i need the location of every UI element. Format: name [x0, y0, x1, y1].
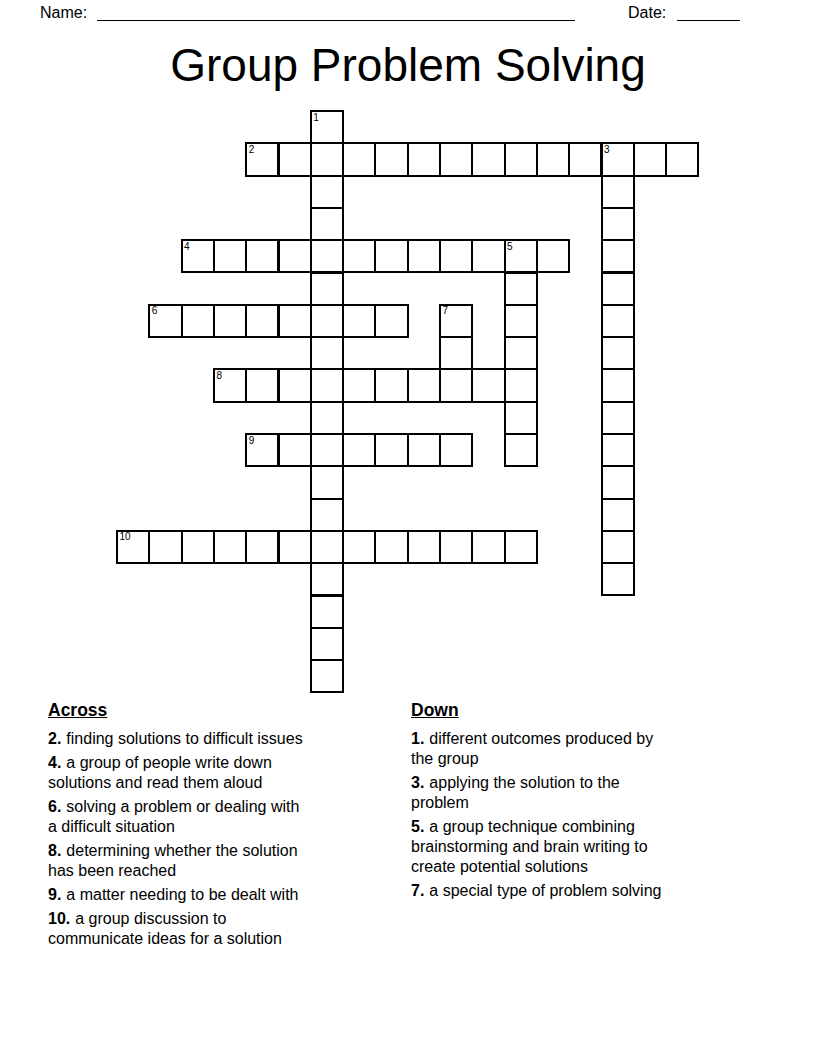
clue-number: 5.: [411, 818, 424, 835]
grid-cell[interactable]: [310, 142, 344, 176]
grid-cell[interactable]: [601, 562, 635, 596]
grid-cell[interactable]: [310, 207, 344, 241]
grid-cell[interactable]: [601, 498, 635, 532]
date-blank-line: [677, 20, 740, 21]
cell-number: 9: [249, 436, 255, 446]
grid-cell[interactable]: [245, 530, 279, 564]
cell-number: 5: [507, 242, 513, 252]
grid-cell[interactable]: [310, 627, 344, 661]
grid-cell[interactable]: [439, 433, 473, 467]
grid-cell[interactable]: [245, 239, 279, 273]
grid-cell[interactable]: [310, 659, 344, 693]
grid-cell[interactable]: [213, 304, 247, 338]
grid-cell[interactable]: [278, 142, 312, 176]
name-label: Name:: [40, 4, 87, 22]
grid-cell[interactable]: [342, 530, 376, 564]
grid-cell[interactable]: [601, 465, 635, 499]
grid-cell[interactable]: [245, 368, 279, 402]
clue-down-1: 1.different outcomes produced by the gro…: [411, 729, 763, 769]
grid-cell[interactable]: [342, 304, 376, 338]
grid-cell[interactable]: [213, 239, 247, 273]
grid-cell[interactable]: [471, 239, 505, 273]
clue-number: 6.: [48, 798, 61, 815]
cell-number: 8: [216, 371, 222, 381]
grid-cell[interactable]: [278, 304, 312, 338]
grid-cell[interactable]: [310, 562, 344, 596]
grid-cell[interactable]: [374, 239, 408, 273]
cell-number: 10: [120, 532, 131, 542]
grid-cell[interactable]: [601, 304, 635, 338]
grid-cell[interactable]: [601, 175, 635, 209]
grid-cell[interactable]: [601, 239, 635, 273]
grid-cell[interactable]: [601, 207, 635, 241]
grid-cell[interactable]: [342, 239, 376, 273]
grid-cell[interactable]: [504, 530, 538, 564]
crossword-grid: 12345678910: [116, 110, 700, 694]
grid-cell[interactable]: [374, 368, 408, 402]
clue-text: solving a problem or dealing with a diff…: [48, 798, 299, 835]
clue-number: 2.: [48, 730, 61, 747]
down-clues: Down 1.different outcomes produced by th…: [411, 700, 763, 905]
grid-cell[interactable]: [278, 433, 312, 467]
grid-cell[interactable]: [439, 239, 473, 273]
clue-across-2: 2.finding solutions to difficult issues: [48, 729, 382, 749]
clue-text: a group technique combining brainstormin…: [411, 818, 648, 875]
clue-number: 7.: [411, 882, 424, 899]
grid-cell[interactable]: [439, 142, 473, 176]
grid-cell[interactable]: [374, 433, 408, 467]
clue-across-9: 9.a matter needing to be dealt with: [48, 885, 382, 905]
grid-cell[interactable]: [342, 368, 376, 402]
grid-cell[interactable]: [278, 530, 312, 564]
clue-down-3: 3.applying the solution to the problem: [411, 773, 763, 813]
grid-cell[interactable]: [407, 433, 441, 467]
clue-number: 10.: [48, 910, 70, 927]
clue-across-4: 4.a group of people write down solutions…: [48, 753, 382, 793]
grid-cell[interactable]: [310, 595, 344, 629]
clue-number: 8.: [48, 842, 61, 859]
grid-cell[interactable]: [439, 368, 473, 402]
grid-cell[interactable]: [148, 530, 182, 564]
grid-cell[interactable]: [310, 401, 344, 435]
grid-cell[interactable]: [310, 304, 344, 338]
name-blank-line: [97, 20, 575, 21]
clue-text: different outcomes produced by the group: [411, 730, 653, 767]
grid-cell[interactable]: [407, 142, 441, 176]
clue-text: determining whether the solution has bee…: [48, 842, 298, 879]
clue-text: a group of people write down solutions a…: [48, 754, 272, 791]
grid-cell[interactable]: [504, 368, 538, 402]
across-heading: Across: [48, 700, 382, 721]
worksheet-page: Name: Date: Group Problem Solving 123456…: [0, 0, 816, 1056]
grid-cell[interactable]: [407, 239, 441, 273]
grid-cell[interactable]: [342, 142, 376, 176]
down-heading: Down: [411, 700, 763, 721]
grid-cell[interactable]: [504, 433, 538, 467]
grid-cell[interactable]: [633, 142, 667, 176]
grid-cell[interactable]: [439, 336, 473, 370]
clue-number: 1.: [411, 730, 424, 747]
grid-cell[interactable]: [504, 304, 538, 338]
cell-number: 1: [313, 113, 319, 123]
grid-cell[interactable]: [245, 304, 279, 338]
clue-number: 9.: [48, 886, 61, 903]
date-label: Date:: [628, 4, 666, 22]
grid-cell[interactable]: [310, 530, 344, 564]
grid-cell[interactable]: [568, 142, 602, 176]
grid-cell[interactable]: [374, 304, 408, 338]
cell-number: 2: [249, 145, 255, 155]
clue-text: finding solutions to difficult issues: [66, 730, 302, 747]
grid-cell[interactable]: [601, 401, 635, 435]
grid-cell[interactable]: [504, 401, 538, 435]
grid-cell[interactable]: [310, 433, 344, 467]
grid-cell[interactable]: [181, 530, 215, 564]
grid-cell[interactable]: [439, 530, 473, 564]
grid-cell[interactable]: [213, 530, 247, 564]
cell-number: 6: [152, 306, 158, 316]
grid-cell[interactable]: [471, 530, 505, 564]
clue-text: a special type of problem solving: [429, 882, 661, 899]
cell-number: 3: [604, 145, 610, 155]
clue-down-5: 5.a group technique combining brainstorm…: [411, 817, 763, 877]
grid-cell[interactable]: [310, 239, 344, 273]
grid-cell[interactable]: [342, 433, 376, 467]
grid-cell[interactable]: [471, 142, 505, 176]
grid-cell[interactable]: [665, 142, 699, 176]
clue-down-7: 7.a special type of problem solving: [411, 881, 763, 901]
grid-cell[interactable]: [504, 272, 538, 306]
grid-cell[interactable]: [504, 142, 538, 176]
grid-cell[interactable]: [310, 465, 344, 499]
cell-number: 7: [443, 306, 449, 316]
grid-cell[interactable]: [471, 368, 505, 402]
grid-cell[interactable]: [278, 239, 312, 273]
clue-across-10: 10.a group discussion to communicate ide…: [48, 909, 382, 949]
grid-cell[interactable]: [310, 336, 344, 370]
clue-text: applying the solution to the problem: [411, 774, 620, 811]
grid-cell[interactable]: [601, 336, 635, 370]
grid-cell[interactable]: [407, 530, 441, 564]
cell-number: 4: [184, 242, 190, 252]
grid-cell[interactable]: [181, 304, 215, 338]
grid-cell[interactable]: [504, 336, 538, 370]
clue-across-6: 6.solving a problem or dealing with a di…: [48, 797, 382, 837]
grid-cell[interactable]: [601, 530, 635, 564]
grid-cell[interactable]: [374, 530, 408, 564]
clue-text: a matter needing to be dealt with: [66, 886, 298, 903]
grid-cell[interactable]: [374, 142, 408, 176]
grid-cell[interactable]: [536, 239, 570, 273]
grid-cell[interactable]: [536, 142, 570, 176]
grid-cell[interactable]: [310, 175, 344, 209]
clue-text: a group discussion to communicate ideas …: [48, 910, 282, 947]
clue-number: 3.: [411, 774, 424, 791]
grid-cell[interactable]: [601, 433, 635, 467]
grid-cell[interactable]: [310, 368, 344, 402]
clue-across-8: 8.determining whether the solution has b…: [48, 841, 382, 881]
across-clues: Across 2.finding solutions to difficult …: [48, 700, 382, 953]
grid-cell[interactable]: [601, 272, 635, 306]
grid-cell[interactable]: [310, 272, 344, 306]
grid-cell[interactable]: [407, 368, 441, 402]
clue-number: 4.: [48, 754, 61, 771]
page-title: Group Problem Solving: [0, 38, 816, 92]
grid-cell[interactable]: [601, 368, 635, 402]
grid-cell[interactable]: [278, 368, 312, 402]
grid-cell[interactable]: [310, 498, 344, 532]
